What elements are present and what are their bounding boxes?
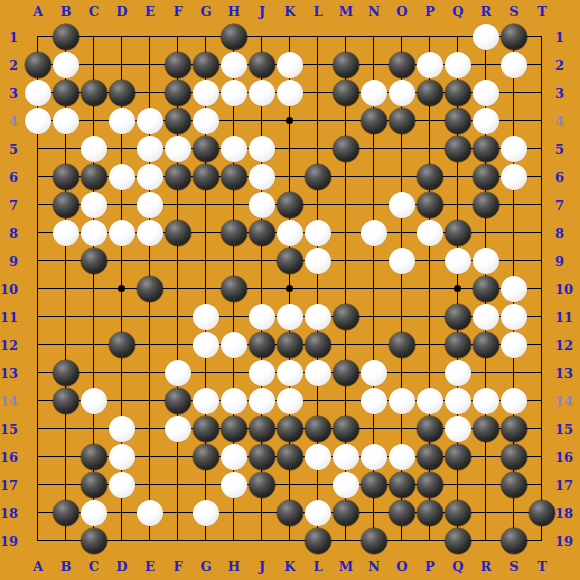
intersection-E4[interactable] <box>136 107 164 135</box>
intersection-E9[interactable] <box>136 247 164 275</box>
intersection-J8[interactable] <box>248 219 276 247</box>
intersection-B1[interactable] <box>52 23 80 51</box>
intersection-E7[interactable] <box>136 191 164 219</box>
intersection-C13[interactable] <box>80 359 108 387</box>
intersection-D15[interactable] <box>108 415 136 443</box>
intersection-J9[interactable] <box>248 247 276 275</box>
intersection-T18[interactable] <box>528 499 556 527</box>
intersection-F9[interactable] <box>164 247 192 275</box>
intersection-B19[interactable] <box>52 527 80 555</box>
intersection-L7[interactable] <box>304 191 332 219</box>
intersection-R4[interactable] <box>472 107 500 135</box>
intersection-O8[interactable] <box>388 219 416 247</box>
intersection-S19[interactable] <box>500 527 528 555</box>
intersection-B18[interactable] <box>52 499 80 527</box>
intersection-N2[interactable] <box>360 51 388 79</box>
intersection-P19[interactable] <box>416 527 444 555</box>
intersection-P7[interactable] <box>416 191 444 219</box>
intersection-J11[interactable] <box>248 303 276 331</box>
intersection-P8[interactable] <box>416 219 444 247</box>
intersection-B11[interactable] <box>52 303 80 331</box>
intersection-K2[interactable] <box>276 51 304 79</box>
intersection-S10[interactable] <box>500 275 528 303</box>
intersection-G18[interactable] <box>192 499 220 527</box>
intersection-O16[interactable] <box>388 443 416 471</box>
intersection-A15[interactable] <box>24 415 52 443</box>
intersection-N11[interactable] <box>360 303 388 331</box>
intersection-F5[interactable] <box>164 135 192 163</box>
intersection-M9[interactable] <box>332 247 360 275</box>
intersection-E12[interactable] <box>136 331 164 359</box>
intersection-K10[interactable] <box>276 275 304 303</box>
intersection-P9[interactable] <box>416 247 444 275</box>
intersection-G8[interactable] <box>192 219 220 247</box>
intersection-S6[interactable] <box>500 163 528 191</box>
intersection-H17[interactable] <box>220 471 248 499</box>
intersection-A11[interactable] <box>24 303 52 331</box>
intersection-A13[interactable] <box>24 359 52 387</box>
intersection-M4[interactable] <box>332 107 360 135</box>
intersection-J2[interactable] <box>248 51 276 79</box>
intersection-O10[interactable] <box>388 275 416 303</box>
intersection-O5[interactable] <box>388 135 416 163</box>
intersection-K11[interactable] <box>276 303 304 331</box>
intersection-K13[interactable] <box>276 359 304 387</box>
intersection-S13[interactable] <box>500 359 528 387</box>
intersection-M7[interactable] <box>332 191 360 219</box>
intersection-M5[interactable] <box>332 135 360 163</box>
intersection-A3[interactable] <box>24 79 52 107</box>
intersection-B7[interactable] <box>52 191 80 219</box>
intersection-C2[interactable] <box>80 51 108 79</box>
intersection-O4[interactable] <box>388 107 416 135</box>
intersection-S4[interactable] <box>500 107 528 135</box>
intersection-G6[interactable] <box>192 163 220 191</box>
intersection-J3[interactable] <box>248 79 276 107</box>
intersection-A17[interactable] <box>24 471 52 499</box>
intersection-H4[interactable] <box>220 107 248 135</box>
intersection-B15[interactable] <box>52 415 80 443</box>
intersection-A6[interactable] <box>24 163 52 191</box>
intersection-F12[interactable] <box>164 331 192 359</box>
intersection-N8[interactable] <box>360 219 388 247</box>
intersection-F1[interactable] <box>164 23 192 51</box>
intersection-K19[interactable] <box>276 527 304 555</box>
intersection-C16[interactable] <box>80 443 108 471</box>
intersection-J7[interactable] <box>248 191 276 219</box>
intersection-L4[interactable] <box>304 107 332 135</box>
intersection-K8[interactable] <box>276 219 304 247</box>
intersection-G10[interactable] <box>192 275 220 303</box>
intersection-P3[interactable] <box>416 79 444 107</box>
intersection-S18[interactable] <box>500 499 528 527</box>
intersection-P4[interactable] <box>416 107 444 135</box>
intersection-J4[interactable] <box>248 107 276 135</box>
intersection-P6[interactable] <box>416 163 444 191</box>
intersection-L12[interactable] <box>304 331 332 359</box>
intersection-O2[interactable] <box>388 51 416 79</box>
intersection-Q4[interactable] <box>444 107 472 135</box>
intersection-D12[interactable] <box>108 331 136 359</box>
intersection-M19[interactable] <box>332 527 360 555</box>
intersection-D2[interactable] <box>108 51 136 79</box>
intersection-A5[interactable] <box>24 135 52 163</box>
intersection-H11[interactable] <box>220 303 248 331</box>
intersection-T1[interactable] <box>528 23 556 51</box>
intersection-G7[interactable] <box>192 191 220 219</box>
intersection-B10[interactable] <box>52 275 80 303</box>
intersection-J19[interactable] <box>248 527 276 555</box>
intersection-E15[interactable] <box>136 415 164 443</box>
intersection-R5[interactable] <box>472 135 500 163</box>
intersection-H18[interactable] <box>220 499 248 527</box>
intersection-S7[interactable] <box>500 191 528 219</box>
intersection-F4[interactable] <box>164 107 192 135</box>
intersection-D19[interactable] <box>108 527 136 555</box>
intersection-C19[interactable] <box>80 527 108 555</box>
intersection-P16[interactable] <box>416 443 444 471</box>
intersection-K1[interactable] <box>276 23 304 51</box>
intersection-F15[interactable] <box>164 415 192 443</box>
intersection-A8[interactable] <box>24 219 52 247</box>
intersection-N19[interactable] <box>360 527 388 555</box>
intersection-R9[interactable] <box>472 247 500 275</box>
intersection-T10[interactable] <box>528 275 556 303</box>
intersection-N15[interactable] <box>360 415 388 443</box>
intersection-R1[interactable] <box>472 23 500 51</box>
intersection-T17[interactable] <box>528 471 556 499</box>
intersection-Q9[interactable] <box>444 247 472 275</box>
intersection-T12[interactable] <box>528 331 556 359</box>
intersection-L10[interactable] <box>304 275 332 303</box>
intersection-E3[interactable] <box>136 79 164 107</box>
intersection-E19[interactable] <box>136 527 164 555</box>
intersection-M18[interactable] <box>332 499 360 527</box>
intersection-A12[interactable] <box>24 331 52 359</box>
intersection-T19[interactable] <box>528 527 556 555</box>
intersection-M14[interactable] <box>332 387 360 415</box>
intersection-D10[interactable] <box>108 275 136 303</box>
intersection-G15[interactable] <box>192 415 220 443</box>
intersection-C15[interactable] <box>80 415 108 443</box>
intersection-J1[interactable] <box>248 23 276 51</box>
intersection-D6[interactable] <box>108 163 136 191</box>
intersection-E5[interactable] <box>136 135 164 163</box>
intersection-H15[interactable] <box>220 415 248 443</box>
intersection-E11[interactable] <box>136 303 164 331</box>
intersection-D14[interactable] <box>108 387 136 415</box>
intersection-P2[interactable] <box>416 51 444 79</box>
intersection-L3[interactable] <box>304 79 332 107</box>
intersection-O19[interactable] <box>388 527 416 555</box>
intersection-R6[interactable] <box>472 163 500 191</box>
intersection-M1[interactable] <box>332 23 360 51</box>
intersection-T16[interactable] <box>528 443 556 471</box>
intersection-K14[interactable] <box>276 387 304 415</box>
intersection-O13[interactable] <box>388 359 416 387</box>
intersection-B5[interactable] <box>52 135 80 163</box>
intersection-J16[interactable] <box>248 443 276 471</box>
intersection-S5[interactable] <box>500 135 528 163</box>
intersection-F18[interactable] <box>164 499 192 527</box>
intersection-N16[interactable] <box>360 443 388 471</box>
intersection-H1[interactable] <box>220 23 248 51</box>
intersection-F8[interactable] <box>164 219 192 247</box>
intersection-B12[interactable] <box>52 331 80 359</box>
intersection-Q5[interactable] <box>444 135 472 163</box>
intersection-J10[interactable] <box>248 275 276 303</box>
intersection-H5[interactable] <box>220 135 248 163</box>
intersection-N10[interactable] <box>360 275 388 303</box>
intersection-N1[interactable] <box>360 23 388 51</box>
intersection-K18[interactable] <box>276 499 304 527</box>
intersection-L19[interactable] <box>304 527 332 555</box>
intersection-G1[interactable] <box>192 23 220 51</box>
intersection-Q15[interactable] <box>444 415 472 443</box>
intersection-Q16[interactable] <box>444 443 472 471</box>
intersection-G13[interactable] <box>192 359 220 387</box>
intersection-O18[interactable] <box>388 499 416 527</box>
intersection-C9[interactable] <box>80 247 108 275</box>
intersection-A7[interactable] <box>24 191 52 219</box>
intersection-P17[interactable] <box>416 471 444 499</box>
intersection-O9[interactable] <box>388 247 416 275</box>
intersection-S14[interactable] <box>500 387 528 415</box>
intersection-G9[interactable] <box>192 247 220 275</box>
intersection-L17[interactable] <box>304 471 332 499</box>
intersection-C8[interactable] <box>80 219 108 247</box>
intersection-Q14[interactable] <box>444 387 472 415</box>
intersection-D3[interactable] <box>108 79 136 107</box>
intersection-L1[interactable] <box>304 23 332 51</box>
intersection-D17[interactable] <box>108 471 136 499</box>
intersection-C11[interactable] <box>80 303 108 331</box>
intersection-T9[interactable] <box>528 247 556 275</box>
intersection-O12[interactable] <box>388 331 416 359</box>
intersection-A4[interactable] <box>24 107 52 135</box>
intersection-N18[interactable] <box>360 499 388 527</box>
intersection-R15[interactable] <box>472 415 500 443</box>
intersection-N9[interactable] <box>360 247 388 275</box>
intersection-M16[interactable] <box>332 443 360 471</box>
intersection-G16[interactable] <box>192 443 220 471</box>
intersection-S9[interactable] <box>500 247 528 275</box>
intersection-S8[interactable] <box>500 219 528 247</box>
intersection-F19[interactable] <box>164 527 192 555</box>
intersection-E8[interactable] <box>136 219 164 247</box>
intersection-M11[interactable] <box>332 303 360 331</box>
intersection-C3[interactable] <box>80 79 108 107</box>
intersection-D8[interactable] <box>108 219 136 247</box>
intersection-R17[interactable] <box>472 471 500 499</box>
intersection-H6[interactable] <box>220 163 248 191</box>
intersection-E13[interactable] <box>136 359 164 387</box>
intersection-A2[interactable] <box>24 51 52 79</box>
intersection-L6[interactable] <box>304 163 332 191</box>
intersection-P14[interactable] <box>416 387 444 415</box>
intersection-G19[interactable] <box>192 527 220 555</box>
intersection-C5[interactable] <box>80 135 108 163</box>
intersection-N14[interactable] <box>360 387 388 415</box>
intersection-L18[interactable] <box>304 499 332 527</box>
intersection-O17[interactable] <box>388 471 416 499</box>
intersection-Q19[interactable] <box>444 527 472 555</box>
intersection-N6[interactable] <box>360 163 388 191</box>
intersection-M12[interactable] <box>332 331 360 359</box>
intersection-E2[interactable] <box>136 51 164 79</box>
intersection-O14[interactable] <box>388 387 416 415</box>
intersection-E18[interactable] <box>136 499 164 527</box>
intersection-K16[interactable] <box>276 443 304 471</box>
intersection-C1[interactable] <box>80 23 108 51</box>
intersection-F14[interactable] <box>164 387 192 415</box>
intersection-F16[interactable] <box>164 443 192 471</box>
intersection-M15[interactable] <box>332 415 360 443</box>
intersection-E10[interactable] <box>136 275 164 303</box>
intersection-G3[interactable] <box>192 79 220 107</box>
intersection-T8[interactable] <box>528 219 556 247</box>
intersection-H3[interactable] <box>220 79 248 107</box>
intersection-R18[interactable] <box>472 499 500 527</box>
intersection-G11[interactable] <box>192 303 220 331</box>
intersection-K15[interactable] <box>276 415 304 443</box>
intersection-S15[interactable] <box>500 415 528 443</box>
intersection-J6[interactable] <box>248 163 276 191</box>
intersection-H12[interactable] <box>220 331 248 359</box>
intersection-D7[interactable] <box>108 191 136 219</box>
intersection-K6[interactable] <box>276 163 304 191</box>
intersection-M17[interactable] <box>332 471 360 499</box>
intersection-B2[interactable] <box>52 51 80 79</box>
intersection-R7[interactable] <box>472 191 500 219</box>
intersection-R8[interactable] <box>472 219 500 247</box>
intersection-J14[interactable] <box>248 387 276 415</box>
intersection-Q10[interactable] <box>444 275 472 303</box>
intersection-A19[interactable] <box>24 527 52 555</box>
intersection-P10[interactable] <box>416 275 444 303</box>
intersection-C4[interactable] <box>80 107 108 135</box>
intersection-B6[interactable] <box>52 163 80 191</box>
intersection-K12[interactable] <box>276 331 304 359</box>
intersection-F11[interactable] <box>164 303 192 331</box>
intersection-D11[interactable] <box>108 303 136 331</box>
intersection-B3[interactable] <box>52 79 80 107</box>
intersection-O7[interactable] <box>388 191 416 219</box>
intersection-F2[interactable] <box>164 51 192 79</box>
intersection-G2[interactable] <box>192 51 220 79</box>
intersection-Q3[interactable] <box>444 79 472 107</box>
intersection-T15[interactable] <box>528 415 556 443</box>
intersection-G5[interactable] <box>192 135 220 163</box>
intersection-E1[interactable] <box>136 23 164 51</box>
intersection-O6[interactable] <box>388 163 416 191</box>
intersection-T11[interactable] <box>528 303 556 331</box>
intersection-N17[interactable] <box>360 471 388 499</box>
intersection-L14[interactable] <box>304 387 332 415</box>
intersection-B8[interactable] <box>52 219 80 247</box>
intersection-D9[interactable] <box>108 247 136 275</box>
intersection-E14[interactable] <box>136 387 164 415</box>
intersection-E6[interactable] <box>136 163 164 191</box>
intersection-A16[interactable] <box>24 443 52 471</box>
intersection-K7[interactable] <box>276 191 304 219</box>
intersection-E17[interactable] <box>136 471 164 499</box>
intersection-H19[interactable] <box>220 527 248 555</box>
intersection-J12[interactable] <box>248 331 276 359</box>
intersection-R10[interactable] <box>472 275 500 303</box>
intersection-D1[interactable] <box>108 23 136 51</box>
intersection-D4[interactable] <box>108 107 136 135</box>
intersection-C10[interactable] <box>80 275 108 303</box>
intersection-L9[interactable] <box>304 247 332 275</box>
intersection-G4[interactable] <box>192 107 220 135</box>
intersection-L2[interactable] <box>304 51 332 79</box>
intersection-J13[interactable] <box>248 359 276 387</box>
intersection-S3[interactable] <box>500 79 528 107</box>
intersection-A10[interactable] <box>24 275 52 303</box>
intersection-T13[interactable] <box>528 359 556 387</box>
intersection-K3[interactable] <box>276 79 304 107</box>
intersection-T2[interactable] <box>528 51 556 79</box>
intersection-R16[interactable] <box>472 443 500 471</box>
intersection-T3[interactable] <box>528 79 556 107</box>
intersection-L5[interactable] <box>304 135 332 163</box>
intersection-F3[interactable] <box>164 79 192 107</box>
intersection-F17[interactable] <box>164 471 192 499</box>
intersection-C6[interactable] <box>80 163 108 191</box>
intersection-R14[interactable] <box>472 387 500 415</box>
intersection-D13[interactable] <box>108 359 136 387</box>
intersection-H14[interactable] <box>220 387 248 415</box>
intersection-H10[interactable] <box>220 275 248 303</box>
intersection-Q13[interactable] <box>444 359 472 387</box>
intersection-N4[interactable] <box>360 107 388 135</box>
intersection-O11[interactable] <box>388 303 416 331</box>
intersection-S16[interactable] <box>500 443 528 471</box>
intersection-A9[interactable] <box>24 247 52 275</box>
intersection-Q11[interactable] <box>444 303 472 331</box>
intersection-R12[interactable] <box>472 331 500 359</box>
intersection-R13[interactable] <box>472 359 500 387</box>
intersection-C14[interactable] <box>80 387 108 415</box>
intersection-A18[interactable] <box>24 499 52 527</box>
intersection-D5[interactable] <box>108 135 136 163</box>
intersection-H7[interactable] <box>220 191 248 219</box>
intersection-M8[interactable] <box>332 219 360 247</box>
intersection-J5[interactable] <box>248 135 276 163</box>
intersection-R2[interactable] <box>472 51 500 79</box>
intersection-K5[interactable] <box>276 135 304 163</box>
intersection-B9[interactable] <box>52 247 80 275</box>
intersection-H16[interactable] <box>220 443 248 471</box>
intersection-N5[interactable] <box>360 135 388 163</box>
intersection-N7[interactable] <box>360 191 388 219</box>
intersection-Q1[interactable] <box>444 23 472 51</box>
intersection-R11[interactable] <box>472 303 500 331</box>
intersection-C18[interactable] <box>80 499 108 527</box>
intersection-P11[interactable] <box>416 303 444 331</box>
intersection-M6[interactable] <box>332 163 360 191</box>
intersection-Q2[interactable] <box>444 51 472 79</box>
intersection-L16[interactable] <box>304 443 332 471</box>
intersection-S12[interactable] <box>500 331 528 359</box>
intersection-R19[interactable] <box>472 527 500 555</box>
intersection-J15[interactable] <box>248 415 276 443</box>
intersection-O15[interactable] <box>388 415 416 443</box>
intersection-L11[interactable] <box>304 303 332 331</box>
intersection-H2[interactable] <box>220 51 248 79</box>
intersection-O3[interactable] <box>388 79 416 107</box>
